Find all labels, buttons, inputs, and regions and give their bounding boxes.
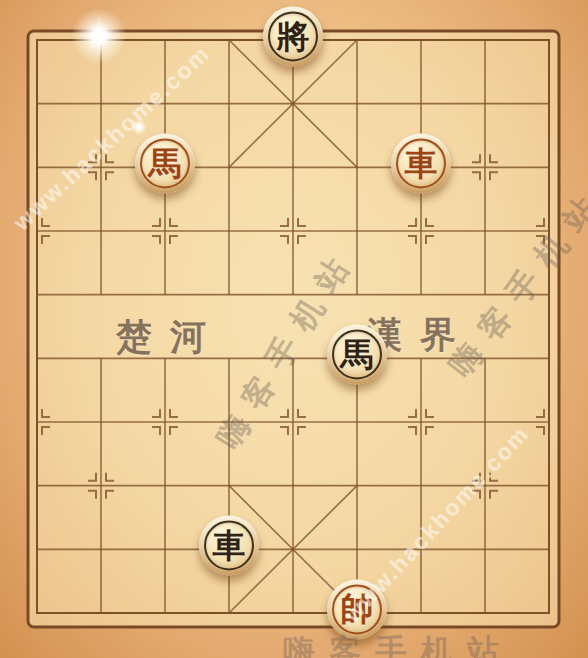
piece-character: 馬: [327, 325, 387, 385]
piece-character: 車: [199, 516, 259, 576]
red-piece-馬[interactable]: 馬: [135, 134, 195, 194]
red-piece-車[interactable]: 車: [391, 134, 451, 194]
piece-character: 馬: [135, 134, 195, 194]
river-label-left: 楚河: [116, 313, 224, 362]
board-grid: [0, 0, 588, 658]
piece-character: 將: [263, 6, 323, 66]
black-piece-車[interactable]: 車: [199, 516, 259, 576]
black-piece-馬[interactable]: 馬: [327, 325, 387, 385]
xiangqi-board: 楚河 漢界 將馬車馬車帥 www.hackhome.comwww.hackhom…: [0, 0, 588, 658]
red-piece-帥[interactable]: 帥: [327, 579, 387, 639]
black-piece-將[interactable]: 將: [263, 6, 323, 66]
piece-character: 車: [391, 134, 451, 194]
piece-character: 帥: [327, 579, 387, 639]
